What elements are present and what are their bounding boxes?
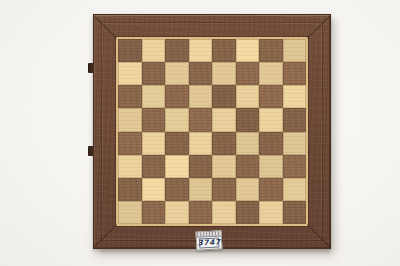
board-square <box>259 39 283 62</box>
frame-miter-top-right <box>307 15 331 39</box>
photo-background: 3747 <box>0 0 400 266</box>
board-square <box>118 178 142 201</box>
board-square <box>283 201 307 224</box>
maple-fillet-border <box>116 37 308 226</box>
board-square <box>142 155 166 178</box>
board-square <box>142 201 166 224</box>
board-square <box>189 201 213 224</box>
frame-miter-bottom-left <box>93 224 117 248</box>
board-square <box>283 62 307 85</box>
board-square <box>189 62 213 85</box>
board-square <box>236 85 260 108</box>
board-square <box>189 132 213 155</box>
board-square <box>165 39 189 62</box>
board-square <box>165 108 189 131</box>
board-square <box>259 132 283 155</box>
board-square <box>283 85 307 108</box>
board-square <box>142 108 166 131</box>
board-square <box>236 178 260 201</box>
board-square <box>165 178 189 201</box>
board-square <box>118 155 142 178</box>
board-square <box>142 178 166 201</box>
board-square <box>189 178 213 201</box>
board-square <box>189 108 213 131</box>
lot-number: 3747 <box>199 237 219 248</box>
board-square <box>212 62 236 85</box>
board-square <box>212 132 236 155</box>
frame-miter-top-left <box>93 15 117 39</box>
board-square <box>212 201 236 224</box>
frame-miter-bottom-right <box>307 224 331 248</box>
hinge-icon <box>88 63 94 73</box>
chessboard <box>93 14 331 249</box>
board-square <box>283 132 307 155</box>
board-square <box>142 39 166 62</box>
board-square <box>259 178 283 201</box>
board-square <box>118 39 142 62</box>
board-square <box>212 85 236 108</box>
lot-sticker: 3747 <box>196 230 223 250</box>
board-square <box>165 155 189 178</box>
board-square <box>283 108 307 131</box>
board-square <box>189 85 213 108</box>
board-square <box>212 155 236 178</box>
board-square <box>165 85 189 108</box>
hinge-icon <box>88 146 94 156</box>
board-square <box>118 132 142 155</box>
board-square <box>236 39 260 62</box>
board-square <box>165 132 189 155</box>
board-square <box>236 62 260 85</box>
board-square <box>189 39 213 62</box>
board-shadow <box>100 249 330 254</box>
board-square <box>165 62 189 85</box>
board-square <box>165 201 189 224</box>
board-square <box>259 62 283 85</box>
board-square <box>118 62 142 85</box>
board-square <box>212 108 236 131</box>
board-square <box>142 132 166 155</box>
board-square <box>259 201 283 224</box>
board-square <box>142 85 166 108</box>
board-square <box>236 132 260 155</box>
board-square <box>259 155 283 178</box>
board-square <box>212 39 236 62</box>
board-square <box>283 39 307 62</box>
board-square <box>283 178 307 201</box>
board-square <box>142 62 166 85</box>
board-square <box>118 85 142 108</box>
board-square <box>236 155 260 178</box>
board-square <box>236 108 260 131</box>
board-square <box>118 201 142 224</box>
board-square <box>259 108 283 131</box>
board-grid <box>118 39 306 224</box>
board-square <box>212 178 236 201</box>
board-square <box>236 201 260 224</box>
board-square <box>283 155 307 178</box>
board-square <box>259 85 283 108</box>
board-square <box>118 108 142 131</box>
board-square <box>189 155 213 178</box>
